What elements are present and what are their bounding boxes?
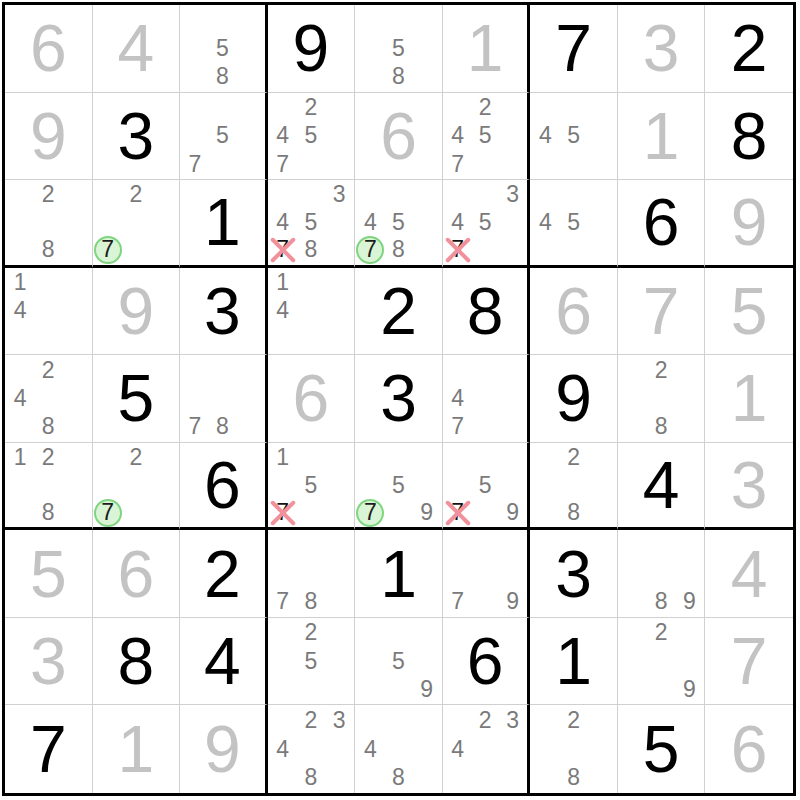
candidate-slot-8 (471, 588, 499, 616)
candidate-grid: 28 (619, 356, 704, 441)
candidate-slot-3 (675, 356, 703, 384)
candidate-grid: 28 (531, 706, 616, 792)
candidate-grid: 34578 (269, 181, 354, 264)
cell-r5c6[interactable]: 47 (443, 355, 531, 443)
candidate-slot-9 (499, 150, 527, 178)
cell-r4c6[interactable]: 8 (443, 268, 531, 356)
candidate-slot-9 (413, 236, 441, 264)
candidate-slot-4: 4 (444, 122, 472, 150)
cell-r8c6[interactable]: 6 (443, 618, 531, 706)
cell-r1c3[interactable]: 58 (180, 5, 268, 93)
candidate-digit-8: 8 (655, 590, 668, 613)
cell-r7c8[interactable]: 89 (618, 530, 706, 618)
candidate-slot-7 (6, 413, 34, 441)
candidate-slot-4: 4 (269, 735, 297, 764)
candidate-grid: 45 (531, 94, 616, 179)
cell-r8c2[interactable]: 8 (93, 618, 181, 706)
candidate-slot-6 (325, 122, 353, 150)
cell-r9c8[interactable]: 5 (618, 705, 706, 793)
cell-r4c5[interactable]: 2 (355, 268, 443, 356)
candidate-digit-2: 2 (567, 709, 580, 732)
given-digit: 6 (555, 278, 592, 344)
candidate-digit-4: 4 (364, 211, 377, 234)
candidate-slot-5: 5 (209, 34, 237, 62)
cell-r3c8[interactable]: 6 (618, 180, 706, 268)
given-digit: 9 (731, 189, 768, 255)
solved-digit: 7 (30, 716, 67, 782)
candidate-slot-1 (356, 706, 384, 735)
candidate-digit-8: 8 (216, 415, 229, 438)
cell-r1c1[interactable]: 6 (5, 5, 93, 93)
cell-r7c4[interactable]: 78 (268, 530, 356, 618)
candidate-slot-5: 5 (471, 122, 499, 150)
candidate-slot-3: 3 (499, 706, 527, 735)
candidate-slot-6 (150, 209, 178, 237)
candidate-slot-8 (209, 150, 237, 178)
cell-r7c7[interactable]: 3 (530, 530, 618, 618)
candidate-slot-7: 7 (356, 236, 384, 264)
candidate-grid: 78 (181, 356, 264, 441)
candidate-digit-7: 7 (276, 238, 289, 261)
candidate-slot-7 (356, 675, 384, 703)
candidate-slot-3 (413, 619, 441, 647)
cell-r9c2[interactable]: 1 (93, 705, 181, 793)
cell-r2c5[interactable]: 6 (355, 93, 443, 181)
candidate-slot-9 (325, 763, 353, 792)
cell-r5c3[interactable]: 78 (180, 355, 268, 443)
cell-r8c9[interactable]: 7 (705, 618, 793, 706)
candidate-slot-7: 7 (444, 588, 472, 616)
candidate-slot-9 (499, 413, 527, 441)
cell-r2c1[interactable]: 9 (5, 93, 93, 181)
cell-r4c2[interactable]: 9 (93, 268, 181, 356)
candidate-grid: 48 (356, 706, 441, 792)
cell-r7c3[interactable]: 2 (180, 530, 268, 618)
cell-r2c8[interactable]: 1 (618, 93, 706, 181)
candidate-digit-5: 5 (216, 37, 229, 60)
candidate-digit-7: 7 (451, 238, 464, 261)
candidate-grid: 27 (94, 444, 179, 527)
cell-r5c8[interactable]: 28 (618, 355, 706, 443)
candidate-slot-4 (94, 209, 122, 237)
candidate-slot-5: 5 (560, 122, 588, 150)
candidate-slot-2 (471, 531, 499, 559)
given-digit: 1 (467, 15, 504, 81)
candidate-grid: 3457 (444, 181, 527, 264)
candidate-slot-3 (588, 444, 616, 472)
candidate-slot-5 (647, 384, 675, 412)
cell-r3c6[interactable]: 3457 (443, 180, 531, 268)
cell-r6c9[interactable]: 3 (705, 443, 793, 531)
candidate-slot-8 (122, 236, 150, 264)
candidate-slot-4 (444, 471, 472, 499)
candidate-slot-8: 8 (647, 588, 675, 616)
candidate-slot-9 (325, 499, 353, 527)
cell-r2c7[interactable]: 45 (530, 93, 618, 181)
candidate-grid: 45 (531, 181, 616, 264)
candidate-slot-7: 7 (269, 236, 297, 264)
candidate-slot-5 (297, 560, 325, 588)
candidate-slot-9 (413, 62, 441, 90)
cell-r5c9[interactable]: 1 (705, 355, 793, 443)
candidate-digit-8: 8 (305, 590, 318, 613)
cell-r6c2[interactable]: 27 (93, 443, 181, 531)
candidate-slot-3 (62, 181, 90, 209)
solved-digit: 6 (643, 189, 680, 255)
cell-r1c9[interactable]: 2 (705, 5, 793, 93)
cell-r8c7[interactable]: 1 (530, 618, 618, 706)
cell-r3c3[interactable]: 1 (180, 180, 268, 268)
cell-r8c8[interactable]: 29 (618, 618, 706, 706)
cell-r5c4[interactable]: 6 (268, 355, 356, 443)
candidate-digit-5: 5 (567, 124, 580, 147)
candidate-digit-2: 2 (42, 183, 55, 206)
cell-r4c3[interactable]: 3 (180, 268, 268, 356)
candidate-digit-9: 9 (683, 678, 696, 701)
given-digit: 6 (30, 15, 67, 81)
candidate-slot-8: 8 (34, 413, 62, 441)
candidate-slot-3 (62, 269, 90, 297)
cell-r7c9[interactable]: 4 (705, 530, 793, 618)
candidate-slot-5 (297, 297, 325, 325)
candidate-slot-9 (150, 236, 178, 264)
cell-r1c7[interactable]: 7 (530, 5, 618, 93)
candidate-digit-4: 4 (364, 738, 377, 761)
candidate-digit-2: 2 (42, 359, 55, 382)
cell-r7c5[interactable]: 1 (355, 530, 443, 618)
candidate-slot-1 (531, 94, 559, 122)
cell-r2c6[interactable]: 2457 (443, 93, 531, 181)
cell-r2c3[interactable]: 57 (180, 93, 268, 181)
candidate-grid: 248 (6, 356, 91, 441)
cell-r7c6[interactable]: 79 (443, 530, 531, 618)
cell-r6c1[interactable]: 128 (5, 443, 93, 531)
candidate-slot-5: 5 (297, 471, 325, 499)
candidate-digit-7: 7 (451, 415, 464, 438)
candidate-slot-4 (356, 471, 384, 499)
candidate-slot-1 (356, 619, 384, 647)
candidate-slot-2 (384, 619, 412, 647)
candidate-slot-6 (62, 209, 90, 237)
candidate-digit-3: 3 (333, 183, 346, 206)
candidate-grid: 28 (6, 181, 91, 264)
candidate-slot-4 (619, 560, 647, 588)
candidate-slot-3 (499, 531, 527, 559)
cell-r6c6[interactable]: 579 (443, 443, 531, 531)
candidate-digit-8: 8 (42, 238, 55, 261)
candidate-slot-7 (531, 236, 559, 264)
candidate-slot-6 (325, 647, 353, 675)
candidate-slot-1 (619, 619, 647, 647)
cell-r2c4[interactable]: 2457 (268, 93, 356, 181)
candidate-slot-5: 5 (471, 471, 499, 499)
candidate-slot-8: 8 (384, 236, 412, 264)
cell-r2c9[interactable]: 8 (705, 93, 793, 181)
candidate-slot-1 (444, 444, 472, 472)
candidate-digit-4: 4 (451, 738, 464, 761)
cell-r6c5[interactable]: 579 (355, 443, 443, 531)
candidate-digit-7: 7 (364, 238, 377, 261)
cell-r4c4[interactable]: 14 (268, 268, 356, 356)
cell-r8c4[interactable]: 25 (268, 618, 356, 706)
candidate-slot-8 (471, 499, 499, 527)
cell-r9c3[interactable]: 9 (180, 705, 268, 793)
candidate-digit-7: 7 (451, 501, 464, 524)
solved-digit: 3 (117, 103, 154, 169)
candidate-slot-2 (384, 181, 412, 209)
solved-digit: 3 (555, 541, 592, 607)
cell-r8c3[interactable]: 4 (180, 618, 268, 706)
candidate-slot-9 (413, 763, 441, 792)
candidate-slot-4: 4 (6, 384, 34, 412)
candidate-digit-7: 7 (188, 415, 201, 438)
candidate-slot-2: 2 (122, 444, 150, 472)
candidate-digit-7: 7 (276, 590, 289, 613)
candidate-slot-4: 4 (269, 122, 297, 150)
candidate-slot-6 (62, 384, 90, 412)
candidate-slot-6 (236, 384, 264, 412)
cell-r1c6[interactable]: 1 (443, 5, 531, 93)
cell-r9c1[interactable]: 7 (5, 705, 93, 793)
candidate-slot-7: 7 (94, 236, 122, 264)
candidate-slot-3 (675, 619, 703, 647)
candidate-slot-8 (297, 325, 325, 353)
candidate-slot-1 (181, 356, 209, 384)
cell-r1c2[interactable]: 4 (93, 5, 181, 93)
candidate-digit-1: 1 (276, 271, 289, 294)
cell-r7c2[interactable]: 6 (93, 530, 181, 618)
candidate-digit-2: 2 (305, 709, 318, 732)
candidate-slot-3 (150, 181, 178, 209)
candidate-slot-2: 2 (647, 356, 675, 384)
cell-r5c5[interactable]: 3 (355, 355, 443, 443)
candidate-slot-3 (236, 6, 264, 34)
candidate-slot-5 (384, 735, 412, 764)
candidate-digit-4: 4 (539, 211, 552, 234)
given-digit: 5 (30, 541, 67, 607)
cell-r8c5[interactable]: 59 (355, 618, 443, 706)
candidate-slot-5 (471, 384, 499, 412)
candidate-slot-1 (269, 181, 297, 209)
candidate-digit-9: 9 (683, 590, 696, 613)
candidate-slot-9 (236, 62, 264, 90)
cell-r3c9[interactable]: 9 (705, 180, 793, 268)
candidate-slot-6 (236, 122, 264, 150)
candidate-digit-2: 2 (129, 446, 142, 469)
candidate-digit-5: 5 (567, 211, 580, 234)
candidate-slot-8: 8 (297, 588, 325, 616)
candidate-slot-8: 8 (34, 236, 62, 264)
cell-r3c5[interactable]: 4578 (355, 180, 443, 268)
candidate-digit-3: 3 (506, 183, 519, 206)
candidate-grid: 89 (619, 531, 704, 616)
candidate-slot-2 (297, 181, 325, 209)
candidate-grid: 579 (444, 444, 527, 527)
given-digit: 6 (380, 103, 417, 169)
candidate-slot-3 (413, 706, 441, 735)
cell-r3c1[interactable]: 28 (5, 180, 93, 268)
cell-r9c7[interactable]: 28 (530, 705, 618, 793)
candidate-slot-1 (531, 706, 559, 735)
solved-digit: 2 (380, 278, 417, 344)
candidate-digit-7: 7 (101, 501, 114, 524)
given-digit: 6 (117, 541, 154, 607)
candidate-grid: 27 (94, 181, 179, 264)
candidate-slot-3 (499, 94, 527, 122)
candidate-slot-1 (444, 356, 472, 384)
candidate-slot-2 (209, 6, 237, 34)
candidate-slot-4 (269, 560, 297, 588)
candidate-digit-3: 3 (333, 709, 346, 732)
candidate-slot-1 (356, 6, 384, 34)
candidate-slot-6 (325, 209, 353, 237)
candidate-slot-1 (269, 706, 297, 735)
candidate-slot-2 (34, 269, 62, 297)
candidate-grid: 157 (269, 444, 354, 527)
cell-r4c7[interactable]: 6 (530, 268, 618, 356)
cell-r3c7[interactable]: 45 (530, 180, 618, 268)
candidate-grid: 78 (269, 531, 354, 616)
given-digit: 3 (731, 452, 768, 518)
candidate-slot-8: 8 (647, 413, 675, 441)
candidate-slot-1 (444, 531, 472, 559)
candidate-slot-4: 4 (356, 209, 384, 237)
candidate-slot-3 (325, 531, 353, 559)
cell-r3c2[interactable]: 27 (93, 180, 181, 268)
cell-r8c1[interactable]: 3 (5, 618, 93, 706)
cell-r1c8[interactable]: 3 (618, 5, 706, 93)
candidate-slot-2: 2 (560, 706, 588, 735)
candidate-slot-6 (325, 560, 353, 588)
candidate-grid: 2457 (444, 94, 527, 179)
candidate-slot-2: 2 (471, 706, 499, 735)
candidate-slot-6 (499, 209, 527, 237)
candidate-slot-4: 4 (6, 297, 34, 325)
candidate-slot-5: 5 (384, 471, 412, 499)
candidate-slot-7 (6, 325, 34, 353)
candidate-slot-3 (236, 94, 264, 122)
candidate-digit-9: 9 (506, 501, 519, 524)
candidate-slot-4 (181, 384, 209, 412)
candidate-slot-2 (209, 356, 237, 384)
candidate-slot-2 (560, 181, 588, 209)
candidate-digit-8: 8 (216, 65, 229, 88)
given-digit: 6 (293, 365, 330, 431)
candidate-digit-7: 7 (364, 501, 377, 524)
cell-r9c5[interactable]: 48 (355, 705, 443, 793)
candidate-slot-2: 2 (34, 181, 62, 209)
candidate-slot-3 (62, 356, 90, 384)
cell-r4c1[interactable]: 14 (5, 268, 93, 356)
candidate-slot-5: 5 (384, 209, 412, 237)
candidate-slot-2: 2 (471, 94, 499, 122)
candidate-slot-5 (471, 735, 499, 764)
candidate-slot-5: 5 (297, 122, 325, 150)
candidate-slot-4: 4 (531, 122, 559, 150)
candidate-slot-8 (471, 413, 499, 441)
cell-r9c9[interactable]: 6 (705, 705, 793, 793)
cell-r4c9[interactable]: 5 (705, 268, 793, 356)
candidate-slot-1 (6, 356, 34, 384)
candidate-slot-2 (384, 706, 412, 735)
candidate-slot-5 (209, 384, 237, 412)
candidate-slot-9: 9 (675, 588, 703, 616)
cell-r5c2[interactable]: 5 (93, 355, 181, 443)
candidate-slot-7 (619, 588, 647, 616)
cell-r7c1[interactable]: 5 (5, 530, 93, 618)
solved-digit: 5 (643, 716, 680, 782)
candidate-slot-4 (619, 384, 647, 412)
candidate-slot-1: 1 (269, 444, 297, 472)
candidate-slot-7: 7 (444, 236, 472, 264)
candidate-slot-1 (619, 356, 647, 384)
candidate-slot-6 (413, 34, 441, 62)
candidate-slot-1 (356, 181, 384, 209)
candidate-slot-3 (325, 619, 353, 647)
candidate-slot-3 (236, 356, 264, 384)
candidate-slot-8: 8 (297, 763, 325, 792)
cell-r5c1[interactable]: 248 (5, 355, 93, 443)
candidate-slot-8: 8 (297, 236, 325, 264)
candidate-slot-1 (444, 94, 472, 122)
solved-digit: 4 (643, 452, 680, 518)
candidate-slot-5: 5 (384, 34, 412, 62)
candidate-slot-6 (499, 560, 527, 588)
cell-r9c4[interactable]: 2348 (268, 705, 356, 793)
cell-r9c6[interactable]: 234 (443, 705, 531, 793)
candidate-slot-2: 2 (122, 181, 150, 209)
candidate-slot-9 (588, 236, 616, 264)
cell-r1c4[interactable]: 9 (268, 5, 356, 93)
given-digit: 7 (731, 628, 768, 694)
candidate-slot-4 (531, 471, 559, 499)
given-digit: 5 (731, 278, 768, 344)
cell-r6c4[interactable]: 157 (268, 443, 356, 531)
candidate-slot-7: 7 (444, 499, 472, 527)
candidate-grid: 2348 (269, 706, 354, 792)
candidate-slot-7 (269, 325, 297, 353)
candidate-slot-1 (531, 181, 559, 209)
cell-r6c3[interactable]: 6 (180, 443, 268, 531)
candidate-slot-6 (588, 471, 616, 499)
candidate-slot-4 (6, 209, 34, 237)
candidate-slot-7 (6, 236, 34, 264)
cell-r3c4[interactable]: 34578 (268, 180, 356, 268)
candidate-slot-1 (94, 444, 122, 472)
candidate-slot-9 (62, 413, 90, 441)
candidate-digit-7: 7 (276, 153, 289, 176)
candidate-slot-3 (62, 444, 90, 472)
cell-r6c7[interactable]: 28 (530, 443, 618, 531)
given-digit: 1 (117, 716, 154, 782)
candidate-grid: 47 (444, 356, 527, 441)
candidate-slot-5: 5 (560, 209, 588, 237)
candidate-slot-9 (236, 150, 264, 178)
candidate-slot-8 (471, 763, 499, 792)
cell-r2c2[interactable]: 3 (93, 93, 181, 181)
cell-r1c5[interactable]: 58 (355, 5, 443, 93)
candidate-slot-3 (588, 181, 616, 209)
candidate-slot-9: 9 (499, 588, 527, 616)
candidate-slot-8 (471, 150, 499, 178)
candidate-digit-8: 8 (567, 766, 580, 789)
candidate-slot-8 (560, 236, 588, 264)
cell-r4c8[interactable]: 7 (618, 268, 706, 356)
cell-r6c8[interactable]: 4 (618, 443, 706, 531)
cell-r5c7[interactable]: 9 (530, 355, 618, 443)
candidate-digit-7: 7 (451, 590, 464, 613)
candidate-slot-7 (6, 499, 34, 527)
